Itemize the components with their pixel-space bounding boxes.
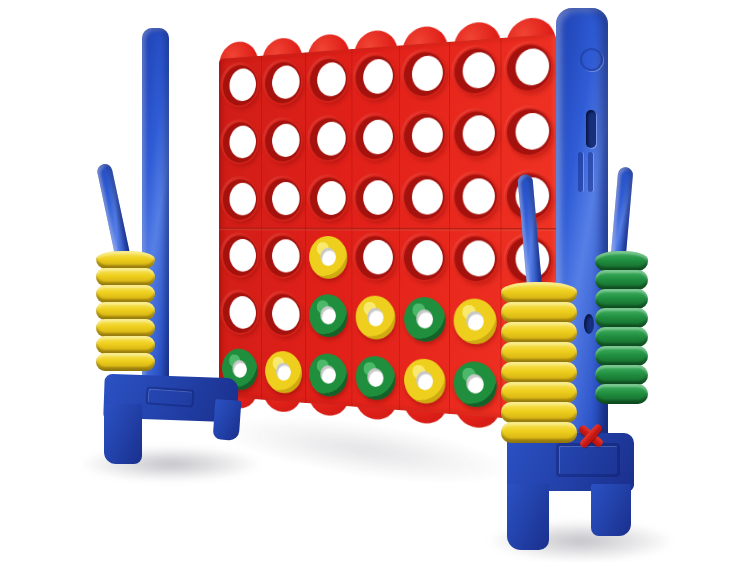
empty-hole (404, 113, 445, 158)
empty-hole (223, 179, 258, 220)
yellow-tray-ring (501, 322, 577, 343)
disc-yellow (309, 236, 347, 279)
cell-r3c1[interactable] (219, 170, 262, 227)
green-tray-ring (595, 384, 648, 404)
cell-r2c1[interactable] (219, 113, 262, 171)
right-green-disc-tray[interactable] (595, 252, 648, 404)
cell-r6c5[interactable] (400, 349, 450, 414)
disc-green (309, 294, 347, 338)
cell-r1c1[interactable] (219, 56, 262, 115)
green-tray-ring (595, 251, 648, 271)
cell-r3c6[interactable] (450, 165, 502, 228)
post-groove (588, 152, 593, 192)
green-tray-ring (595, 346, 648, 366)
empty-hole (454, 174, 496, 219)
left-foot-rear-leg (213, 399, 242, 441)
green-tray-ring (595, 270, 648, 290)
empty-hole (265, 293, 301, 336)
yellow-tray-ring (96, 285, 155, 303)
empty-hole (265, 178, 301, 220)
yellow-tray-ring (96, 336, 155, 354)
empty-hole (356, 115, 395, 159)
empty-hole (310, 117, 347, 160)
cell-r5c3[interactable] (306, 286, 352, 347)
right-foot-rear-leg (591, 484, 631, 536)
empty-hole (223, 64, 258, 107)
cell-r4c3[interactable] (306, 228, 352, 288)
cell-r4c2[interactable] (262, 228, 306, 286)
disc-yellow (265, 350, 302, 394)
cell-r6c2[interactable] (262, 342, 306, 403)
cell-r5c2[interactable] (262, 285, 306, 345)
right-foot (507, 433, 634, 551)
yellow-tray-ring (501, 422, 577, 443)
empty-hole (454, 48, 496, 95)
cell-r4c5[interactable] (400, 228, 450, 290)
yellow-tray-ring (96, 353, 155, 371)
connect-four-set (0, 0, 750, 562)
cell-r3c3[interactable] (306, 168, 352, 228)
post-oval-hole (584, 314, 594, 334)
cell-r3c2[interactable] (262, 169, 306, 227)
green-tray-ring (595, 327, 648, 347)
empty-hole (356, 55, 395, 100)
cell-r5c4[interactable] (352, 287, 400, 349)
empty-hole (223, 121, 258, 163)
empty-hole (404, 175, 445, 219)
empty-hole (507, 108, 551, 155)
cell-r6c3[interactable] (306, 345, 352, 407)
post-slot (586, 110, 596, 148)
cell-r2c5[interactable] (400, 104, 450, 167)
yellow-tray-ring (501, 382, 577, 403)
left-foot-logo-plate (145, 386, 194, 407)
green-tray-ring (595, 365, 648, 385)
cell-r6c4[interactable] (352, 347, 400, 410)
empty-hole (454, 111, 496, 157)
cell-r5c1[interactable] (219, 284, 262, 342)
cell-r5c6[interactable] (450, 290, 502, 355)
green-tray-ring (595, 289, 648, 309)
yellow-tray-ring (501, 362, 577, 383)
disc-green (454, 361, 497, 409)
cell-r2c2[interactable] (262, 111, 306, 170)
left-foot (104, 374, 244, 466)
left-yellow-disc-tray[interactable] (96, 252, 155, 371)
empty-hole (356, 176, 395, 219)
cell-r4c4[interactable] (352, 228, 400, 289)
empty-hole (507, 44, 551, 92)
cell-r6c6[interactable] (450, 352, 502, 418)
post-groove (578, 152, 583, 192)
cell-r2c4[interactable] (352, 106, 400, 168)
right-foot-front-leg (507, 484, 549, 550)
yellow-tray-ring (96, 302, 155, 320)
disc-yellow (454, 298, 497, 345)
yellow-tray-ring (96, 319, 155, 337)
empty-hole (310, 58, 347, 102)
yellow-tray-ring (501, 282, 577, 303)
disc-green (356, 355, 396, 401)
right-yellow-disc-tray[interactable] (501, 283, 577, 443)
disc-green (404, 297, 445, 343)
empty-hole (454, 237, 496, 282)
empty-hole (356, 236, 395, 279)
empty-hole (404, 51, 445, 97)
disc-green (309, 353, 347, 398)
yellow-tray-ring (501, 402, 577, 423)
cell-r1c7[interactable] (502, 34, 556, 101)
post-emboss-circle (580, 48, 603, 71)
empty-hole (265, 119, 301, 161)
yellow-tray-ring (501, 342, 577, 363)
cell-r3c5[interactable] (400, 166, 450, 228)
disc-yellow (356, 296, 396, 341)
cell-r4c6[interactable] (450, 228, 502, 291)
cell-r1c5[interactable] (400, 42, 450, 106)
yellow-tray-ring (96, 251, 155, 269)
green-tray-ring (595, 308, 648, 328)
empty-hole (310, 177, 347, 219)
cell-r5c5[interactable] (400, 289, 450, 352)
empty-hole (265, 236, 301, 278)
left-foot-front-leg (104, 404, 142, 464)
disc-yellow (404, 358, 445, 405)
cell-r1c2[interactable] (262, 52, 306, 113)
empty-hole (223, 292, 258, 334)
cell-r2c7[interactable] (502, 99, 556, 165)
empty-hole (265, 61, 301, 104)
cell-r2c6[interactable] (450, 101, 502, 166)
cell-r1c6[interactable] (450, 38, 502, 104)
yellow-tray-ring (96, 268, 155, 286)
empty-hole (223, 236, 258, 277)
empty-hole (404, 237, 445, 281)
yellow-tray-ring (501, 302, 577, 323)
cell-r1c3[interactable] (306, 49, 352, 111)
cell-r1c4[interactable] (352, 46, 400, 109)
cell-r2c3[interactable] (306, 109, 352, 170)
red-x-knob[interactable] (575, 420, 607, 452)
cell-r3c4[interactable] (352, 167, 400, 228)
cell-r4c1[interactable] (219, 228, 262, 285)
